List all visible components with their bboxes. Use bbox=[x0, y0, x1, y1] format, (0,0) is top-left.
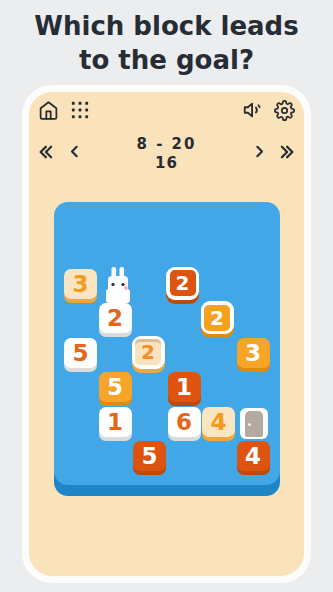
option-block-number: 2 bbox=[135, 339, 161, 365]
page: Which block leads to the goal? bbox=[0, 0, 333, 78]
game-card: 8 - 20 16 bbox=[22, 85, 311, 583]
door-handle-dot bbox=[248, 423, 252, 427]
home-icon bbox=[38, 100, 59, 121]
settings-button[interactable] bbox=[273, 99, 295, 121]
level-current: 16 bbox=[90, 154, 243, 172]
levels-grid-icon bbox=[71, 101, 89, 119]
home-button[interactable] bbox=[37, 99, 59, 121]
option-block-number: 2 bbox=[170, 270, 196, 296]
block-5-white: 5 bbox=[64, 338, 97, 368]
level-navigation: 8 - 20 16 bbox=[29, 135, 304, 171]
next-level-button[interactable] bbox=[248, 142, 270, 164]
speaker-icon bbox=[242, 99, 264, 121]
double-chevron-right-icon bbox=[277, 143, 295, 164]
option-block-2-cream[interactable]: 2 bbox=[132, 336, 165, 369]
last-level-button[interactable] bbox=[275, 142, 297, 164]
level-range: 8 - 20 bbox=[90, 135, 243, 153]
rabbit bbox=[105, 267, 131, 303]
toolbar-left bbox=[37, 99, 91, 121]
goal-door-block bbox=[240, 408, 268, 439]
first-level-button[interactable] bbox=[36, 142, 58, 164]
block-5-red: 5 bbox=[133, 441, 166, 471]
door-icon bbox=[245, 411, 263, 437]
block-3-amber: 3 bbox=[237, 338, 270, 368]
toolbar bbox=[29, 92, 304, 122]
board: 32225235116454 bbox=[54, 202, 280, 485]
gear-icon bbox=[274, 100, 295, 121]
option-block-number: 2 bbox=[204, 305, 230, 331]
block-1-white: 1 bbox=[99, 407, 132, 437]
block-6-white: 6 bbox=[168, 407, 201, 437]
block-4-red: 4 bbox=[237, 441, 270, 471]
option-block-2-amber[interactable]: 2 bbox=[201, 301, 234, 334]
chevron-right-icon bbox=[252, 144, 267, 162]
double-chevron-left-icon bbox=[38, 143, 56, 164]
toolbar-right bbox=[242, 99, 295, 121]
sound-button[interactable] bbox=[242, 99, 264, 121]
block-2-white: 2 bbox=[99, 303, 132, 333]
block-4-cream: 4 bbox=[202, 407, 235, 437]
option-block-2-red[interactable]: 2 bbox=[166, 267, 199, 300]
levels-grid-button[interactable] bbox=[69, 99, 91, 121]
block-1-red: 1 bbox=[168, 372, 201, 402]
block-3-cream: 3 bbox=[64, 269, 97, 299]
page-title: Which block leads to the goal? bbox=[22, 0, 312, 78]
level-indicator: 8 - 20 16 bbox=[90, 135, 243, 172]
chevron-left-icon bbox=[67, 144, 82, 162]
block-5-amber: 5 bbox=[99, 372, 132, 402]
previous-level-button[interactable] bbox=[63, 142, 85, 164]
